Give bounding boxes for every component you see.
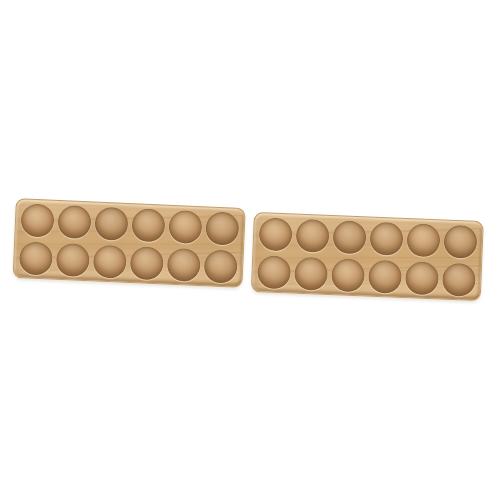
pit-r2-c2[interactable]	[294, 257, 328, 291]
pit-r1-c1[interactable]	[258, 217, 292, 251]
pit-grid-right	[257, 217, 478, 297]
pit-r2-c2[interactable]	[56, 243, 90, 277]
pit-r2-c1[interactable]	[257, 255, 291, 289]
pit-r2-c4[interactable]	[130, 246, 164, 280]
pit-r1-c3[interactable]	[94, 206, 128, 240]
pit-r1-c5[interactable]	[406, 223, 440, 257]
pit-r1-c5[interactable]	[168, 210, 202, 244]
pit-r2-c5[interactable]	[405, 261, 439, 295]
pit-r1-c4[interactable]	[131, 208, 165, 242]
mancala-board-right	[251, 212, 484, 301]
product-photo-canvas	[0, 0, 500, 500]
pit-r2-c1[interactable]	[19, 241, 53, 275]
pit-r2-c3[interactable]	[93, 244, 127, 278]
pit-r1-c1[interactable]	[20, 203, 54, 237]
pit-grid-left	[19, 203, 240, 283]
pit-r2-c6[interactable]	[442, 263, 476, 297]
pit-r1-c3[interactable]	[332, 220, 366, 254]
mancala-board-left	[13, 198, 246, 288]
pit-r2-c3[interactable]	[331, 258, 365, 292]
pit-r2-c4[interactable]	[368, 260, 402, 294]
pit-r2-c5[interactable]	[167, 248, 201, 282]
pit-r1-c2[interactable]	[295, 219, 329, 253]
pit-r1-c6[interactable]	[443, 225, 477, 259]
pit-r2-c6[interactable]	[204, 249, 238, 283]
pit-r1-c2[interactable]	[57, 205, 91, 239]
pit-r1-c4[interactable]	[369, 222, 403, 256]
pit-r1-c6[interactable]	[205, 211, 239, 245]
